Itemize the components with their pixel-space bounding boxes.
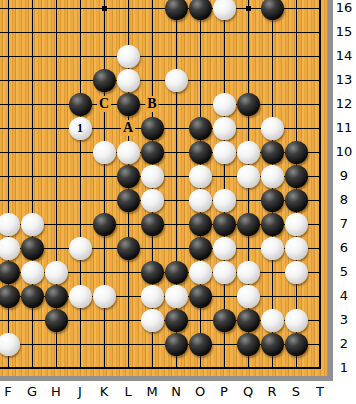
- col-label-P: P: [215, 384, 233, 399]
- white-stone-P16: [213, 0, 236, 20]
- white-stone-O8: [189, 189, 212, 212]
- white-stone-K4: [93, 285, 116, 308]
- white-stone-P11: [213, 117, 236, 140]
- white-stone-N13: [165, 69, 188, 92]
- white-stone-S5: [285, 261, 308, 284]
- black-stone-K7: [93, 213, 116, 236]
- black-stone-P3: [213, 309, 236, 332]
- col-label-F: F: [0, 384, 17, 399]
- black-stone-M10: [141, 141, 164, 164]
- white-stone-N4: [165, 285, 188, 308]
- white-stone-S6: [285, 237, 308, 260]
- white-stone-J4: [69, 285, 92, 308]
- black-stone-H3: [45, 309, 68, 332]
- star-point-K16: [102, 6, 107, 11]
- go-diagram: 1ABC FGHJKLMNOPQRST 16151413121110987654…: [0, 0, 356, 404]
- black-stone-R2: [261, 333, 284, 356]
- row-label-7: 7: [334, 216, 354, 232]
- black-stone-O11: [189, 117, 212, 140]
- black-stone-L12: [117, 93, 140, 116]
- black-stone-K13: [93, 69, 116, 92]
- row-label-3: 3: [334, 312, 354, 328]
- white-stone-Q4: [237, 285, 260, 308]
- row-label-16: 16: [334, 0, 354, 16]
- black-stone-R7: [261, 213, 284, 236]
- white-stone-M8: [141, 189, 164, 212]
- row-label-13: 13: [334, 72, 354, 88]
- white-stone-P5: [213, 261, 236, 284]
- point-label-C: C: [97, 96, 111, 112]
- black-stone-J12: [69, 93, 92, 116]
- col-label-H: H: [47, 384, 65, 399]
- white-stone-P6: [213, 237, 236, 260]
- row-label-9: 9: [334, 168, 354, 184]
- white-stone-F2: [0, 333, 20, 356]
- row-label-2: 2: [334, 336, 354, 352]
- row-label-12: 12: [334, 96, 354, 112]
- row-label-1: 1: [334, 360, 354, 376]
- black-stone-R10: [261, 141, 284, 164]
- black-stone-M5: [141, 261, 164, 284]
- white-stone-S7: [285, 213, 308, 236]
- move-number-label: 1: [77, 122, 83, 134]
- row-label-8: 8: [334, 192, 354, 208]
- black-stone-S2: [285, 333, 308, 356]
- col-label-G: G: [23, 384, 41, 399]
- black-stone-R16: [261, 0, 284, 20]
- white-stone-Q10: [237, 141, 260, 164]
- black-stone-P7: [213, 213, 236, 236]
- white-stone-J6: [69, 237, 92, 260]
- white-stone-M4: [141, 285, 164, 308]
- black-stone-G6: [21, 237, 44, 260]
- white-stone-F6: [0, 237, 20, 260]
- row-label-11: 11: [334, 120, 354, 136]
- white-stone-O9: [189, 165, 212, 188]
- black-stone-L8: [117, 189, 140, 212]
- black-stone-N2: [165, 333, 188, 356]
- white-stone-R9: [261, 165, 284, 188]
- white-stone-G5: [21, 261, 44, 284]
- row-label-6: 6: [334, 240, 354, 256]
- row-label-5: 5: [334, 264, 354, 280]
- col-label-L: L: [119, 384, 137, 399]
- black-stone-Q7: [237, 213, 260, 236]
- white-stone-S3: [285, 309, 308, 332]
- col-label-S: S: [287, 384, 305, 399]
- white-stone-M3: [141, 309, 164, 332]
- grid-line-row-14: [0, 56, 321, 57]
- white-stone-J11: 1: [69, 117, 92, 140]
- black-stone-S9: [285, 165, 308, 188]
- col-label-O: O: [191, 384, 209, 399]
- white-stone-R3: [261, 309, 284, 332]
- grid-line-row-15: [0, 32, 321, 33]
- black-stone-L6: [117, 237, 140, 260]
- black-stone-O10: [189, 141, 212, 164]
- white-stone-P10: [213, 141, 236, 164]
- col-label-R: R: [263, 384, 281, 399]
- black-stone-O2: [189, 333, 212, 356]
- col-label-J: J: [71, 384, 89, 399]
- black-stone-F5: [0, 261, 20, 284]
- point-label-B: B: [145, 96, 158, 112]
- white-stone-O5: [189, 261, 212, 284]
- black-stone-G4: [21, 285, 44, 308]
- board-edge-separator-bottom: [0, 376, 333, 381]
- col-label-T: T: [311, 384, 329, 399]
- white-stone-F7: [0, 213, 20, 236]
- white-stone-L10: [117, 141, 140, 164]
- white-stone-P12: [213, 93, 236, 116]
- white-stone-L14: [117, 45, 140, 68]
- white-stone-R11: [261, 117, 284, 140]
- white-stone-H5: [45, 261, 68, 284]
- black-stone-L9: [117, 165, 140, 188]
- white-stone-G7: [21, 213, 44, 236]
- col-label-Q: Q: [239, 384, 257, 399]
- white-stone-L13: [117, 69, 140, 92]
- point-label-A: A: [121, 120, 135, 136]
- white-stone-P8: [213, 189, 236, 212]
- black-stone-O4: [189, 285, 212, 308]
- black-stone-Q12: [237, 93, 260, 116]
- black-stone-Q2: [237, 333, 260, 356]
- white-stone-M9: [141, 165, 164, 188]
- col-label-M: M: [143, 384, 161, 399]
- white-stone-Q9: [237, 165, 260, 188]
- black-stone-N3: [165, 309, 188, 332]
- row-label-10: 10: [334, 144, 354, 160]
- grid-line-row-1: [0, 367, 321, 369]
- white-stone-K10: [93, 141, 116, 164]
- black-stone-S10: [285, 141, 308, 164]
- black-stone-F4: [0, 285, 20, 308]
- go-board[interactable]: 1ABC: [0, 0, 328, 376]
- black-stone-N16: [165, 0, 188, 20]
- board-edge-separator-right: [328, 0, 333, 381]
- grid-line-row-12: [0, 104, 321, 105]
- black-stone-S8: [285, 189, 308, 212]
- black-stone-M11: [141, 117, 164, 140]
- black-stone-O6: [189, 237, 212, 260]
- white-stone-R6: [261, 237, 284, 260]
- white-stone-Q5: [237, 261, 260, 284]
- black-stone-O16: [189, 0, 212, 20]
- star-point-Q16: [246, 6, 251, 11]
- grid-line-row-13: [0, 80, 321, 81]
- black-stone-M7: [141, 213, 164, 236]
- col-label-K: K: [95, 384, 113, 399]
- black-stone-H4: [45, 285, 68, 308]
- black-stone-R8: [261, 189, 284, 212]
- black-stone-O7: [189, 213, 212, 236]
- row-label-4: 4: [334, 288, 354, 304]
- row-label-14: 14: [334, 48, 354, 64]
- black-stone-Q3: [237, 309, 260, 332]
- row-label-15: 15: [334, 24, 354, 40]
- col-label-N: N: [167, 384, 185, 399]
- black-stone-N5: [165, 261, 188, 284]
